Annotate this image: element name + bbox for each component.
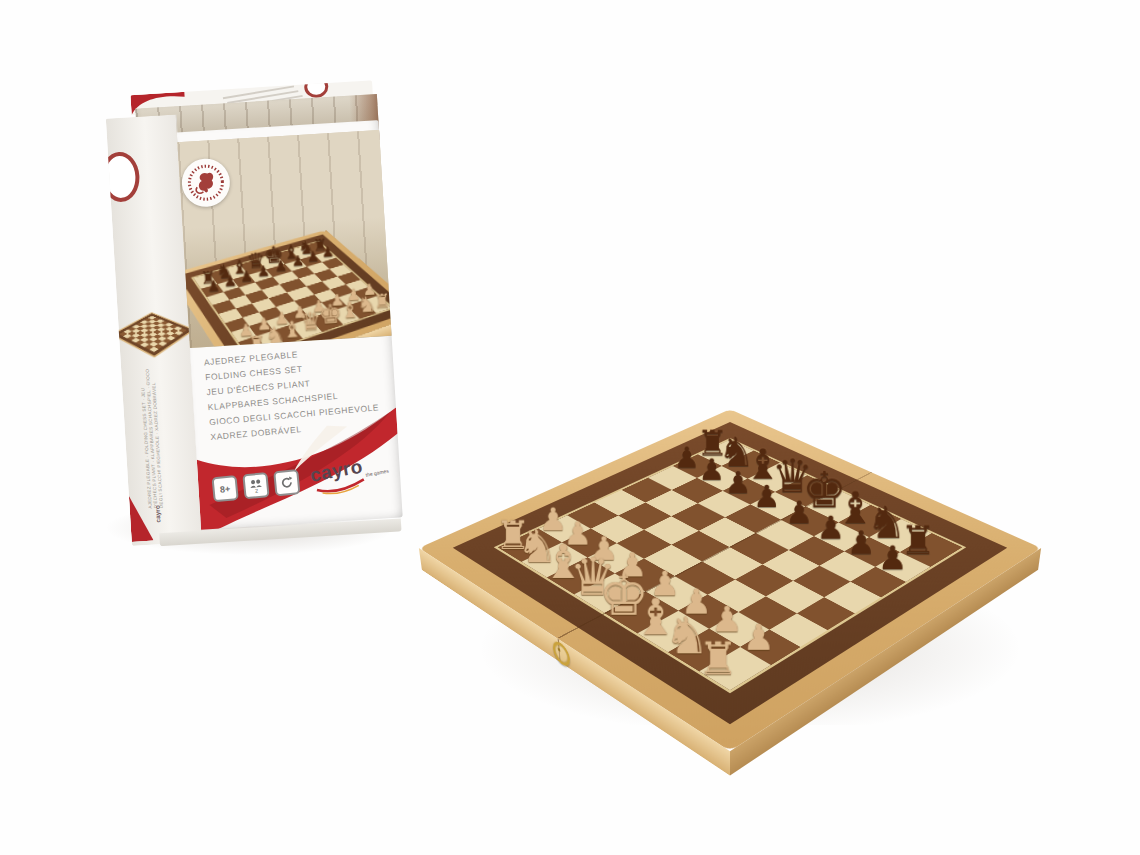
duration-badge [273,469,300,496]
players-count-text: 2 [255,487,259,493]
piece-black-pawn[interactable]: ♟ [223,274,237,289]
product-photo: AJEDREZ PLEGABLE · FOLDING CHESS SET · J… [0,0,1140,855]
piece-black-pawn[interactable]: ♟ [321,245,334,259]
board-outer-frame: ♜♞♝♛♚♝♞♜♟♟♟♟♟♟♟♟♟♟♟♟♟♟♟♟♜♞♝♛♚♝♞♜ [419,409,1041,751]
board-inner-frame: ♜♞♝♛♚♝♞♜♟♟♟♟♟♟♟♟♟♟♟♟♟♟♟♟♜♞♝♛♚♝♞♜ [453,422,1007,724]
players-badge: 2 [242,472,269,499]
piece-black-pawn[interactable]: ♟ [817,513,846,543]
piece-white-rook[interactable]: ♜ [697,637,737,680]
rotate-arrow-icon [280,476,294,490]
chess-board: ♜♞♝♛♚♝♞♜♟♟♟♟♟♟♟♟♟♟♟♟♟♟♟♟♜♞♝♛♚♝♞♜ [419,409,1041,751]
product-box: AJEDREZ PLEGABLE · FOLDING CHESS SET · J… [104,80,403,548]
mini-board-inner-frame: ♜♞♝♛♚♝♞♜♟♟♟♟♟♟♟♟♟♟♟♟♟♟♟♟♜♞♝♛♚♝♞♜ [178,234,392,348]
piece-black-pawn[interactable]: ♟ [847,527,876,558]
piece-black-pawn[interactable]: ♟ [754,482,782,511]
brand-seal-partial-top [304,80,329,98]
piece-white-queen[interactable]: ♛ [300,310,323,334]
piece-black-pawn[interactable]: ♟ [207,279,221,294]
age-rating-text: 8+ [220,483,231,494]
piece-white-knight[interactable]: ♞ [264,325,285,348]
piece-black-pawn[interactable]: ♟ [291,254,305,268]
brand-seal-partial-side [106,151,141,203]
piece-black-pawn[interactable]: ♟ [725,468,752,497]
box-front-panel: ♜♞♝♛♚♝♞♜♟♟♟♟♟♟♟♟♟♟♟♟♟♟♟♟♜♞♝♛♚♝♞♜ AJEDREZ… [177,120,403,530]
brand-seal-emblem-icon [183,159,230,206]
piece-white-king[interactable]: ♚ [318,302,343,328]
piece-black-pawn[interactable]: ♟ [878,542,908,573]
side-product-titles: AJEDREZ PLEGABLE · FOLDING CHESS SET · J… [139,368,166,509]
piece-black-pawn[interactable]: ♟ [306,250,319,264]
mini-playing-squares: ♜♞♝♛♚♝♞♜♟♟♟♟♟♟♟♟♟♟♟♟♟♟♟♟♜♞♝♛♚♝♞♜ [193,242,391,348]
piece-white-pawn[interactable]: ♟ [742,621,774,655]
piece-white-rook[interactable]: ♜ [247,333,266,348]
piece-black-pawn[interactable]: ♟ [256,264,270,279]
brand-seal [180,157,231,208]
players-icon: 2 [248,478,264,494]
mini-board-outer-frame: ♜♞♝♛♚♝♞♜♟♟♟♟♟♟♟♟♟♟♟♟♟♟♟♟♜♞♝♛♚♝♞♜ [177,230,391,348]
side-board-thumbnail [113,313,192,355]
piece-black-pawn[interactable]: ♟ [274,259,288,273]
piece-black-pawn[interactable]: ♟ [785,497,813,527]
piece-black-pawn[interactable]: ♟ [674,444,700,472]
piece-white-pawn[interactable]: ♟ [711,603,743,637]
box-photo-chessboard: ♜♞♝♛♚♝♞♜♟♟♟♟♟♟♟♟♟♟♟♟♟♟♟♟♜♞♝♛♚♝♞♜ [177,230,391,348]
age-rating-badge: 8+ [211,475,238,502]
piece-black-pawn[interactable]: ♟ [699,456,726,484]
side-brand-logo: cayro [153,505,161,523]
piece-black-pawn[interactable]: ♟ [239,269,253,284]
